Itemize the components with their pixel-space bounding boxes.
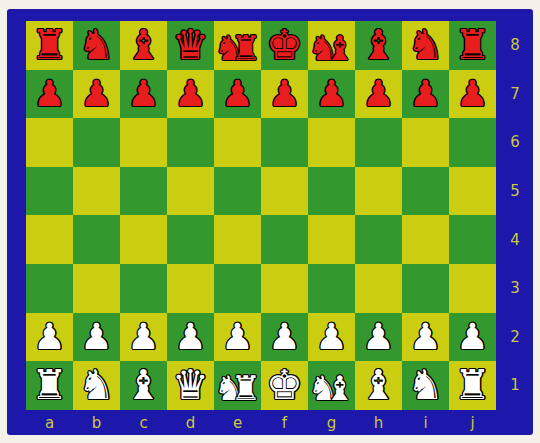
square-d5[interactable] [167,167,214,216]
piece-red-pawn[interactable]: ♟ [362,76,394,112]
square-c1[interactable]: ♝ [120,361,167,410]
piece-white-pawn[interactable]: ♟ [409,319,441,355]
piece-red-rook[interactable]: ♜ [31,25,68,66]
square-e1[interactable]: ♞♜ [214,361,261,410]
rank-label-1: 1 [499,361,531,410]
file-label-g: g [308,412,355,434]
square-f1[interactable]: ♚ [261,361,308,410]
piece-red-pawn[interactable]: ♟ [33,76,65,112]
piece-red-pawn[interactable]: ♟ [80,76,112,112]
square-f7[interactable]: ♟ [261,70,308,119]
square-d6[interactable] [167,118,214,167]
square-d4[interactable] [167,215,214,264]
square-i3[interactable] [402,264,449,313]
square-b4[interactable] [73,215,120,264]
square-i5[interactable] [402,167,449,216]
rank-label-8: 8 [499,21,531,70]
square-c8[interactable]: ♝ [120,21,167,70]
square-i2[interactable]: ♟ [402,313,449,362]
piece-red-knight[interactable]: ♞ [407,25,444,66]
piece-red-pawn[interactable]: ♟ [456,76,488,112]
square-i4[interactable] [402,215,449,264]
square-f8[interactable]: ♚ [261,21,308,70]
square-f4[interactable] [261,215,308,264]
square-g3[interactable] [308,264,355,313]
file-label-b: b [73,412,120,434]
piece-white-bishop[interactable]: ♝ [360,365,397,406]
piece-red-pawn[interactable]: ♟ [127,76,159,112]
piece-red-bishop[interactable]: ♝ [125,25,162,66]
piece-white-pawn[interactable]: ♟ [174,319,206,355]
square-c6[interactable] [120,118,167,167]
piece-red-chancellor[interactable]: ♞♜ [214,21,261,70]
piece-red-pawn[interactable]: ♟ [315,76,347,112]
file-label-f: f [261,412,308,434]
square-a4[interactable] [26,215,73,264]
piece-red-rook[interactable]: ♜ [454,25,491,66]
piece-white-knight[interactable]: ♞ [407,365,444,406]
piece-white-archbishop[interactable]: ♞♝ [308,361,355,410]
square-h6[interactable] [355,118,402,167]
square-h2[interactable]: ♟ [355,313,402,362]
square-f2[interactable]: ♟ [261,313,308,362]
square-j4[interactable] [449,215,496,264]
file-label-j: j [449,412,496,434]
square-d8[interactable]: ♛ [167,21,214,70]
rook-part-icon: ♜ [231,31,261,65]
piece-red-king[interactable]: ♚ [266,25,303,66]
square-a5[interactable] [26,167,73,216]
square-b6[interactable] [73,118,120,167]
square-d3[interactable] [167,264,214,313]
square-j6[interactable] [449,118,496,167]
piece-red-bishop[interactable]: ♝ [360,25,397,66]
file-label-e: e [214,412,261,434]
square-d2[interactable]: ♟ [167,313,214,362]
square-i6[interactable] [402,118,449,167]
square-h4[interactable] [355,215,402,264]
square-a2[interactable]: ♟ [26,313,73,362]
square-b7[interactable]: ♟ [73,70,120,119]
square-a8[interactable]: ♜ [26,21,73,70]
square-b8[interactable]: ♞ [73,21,120,70]
square-h5[interactable] [355,167,402,216]
square-h3[interactable] [355,264,402,313]
file-label-c: c [120,412,167,434]
square-c7[interactable]: ♟ [120,70,167,119]
square-i1[interactable]: ♞ [402,361,449,410]
square-j8[interactable]: ♜ [449,21,496,70]
file-label-h: h [355,412,402,434]
bishop-part-icon: ♝ [325,31,355,65]
piece-white-chancellor[interactable]: ♞♜ [214,361,261,410]
piece-white-knight[interactable]: ♞ [78,365,115,406]
piece-white-queen[interactable]: ♛ [172,365,209,406]
square-a7[interactable]: ♟ [26,70,73,119]
square-b2[interactable]: ♟ [73,313,120,362]
piece-white-pawn[interactable]: ♟ [80,319,112,355]
rook-part-icon: ♜ [231,371,261,405]
piece-red-pawn[interactable]: ♟ [174,76,206,112]
square-c4[interactable] [120,215,167,264]
rank-label-6: 6 [499,118,531,167]
rank-label-4: 4 [499,215,531,264]
piece-white-pawn[interactable]: ♟ [362,319,394,355]
rank-label-5: 5 [499,167,531,216]
square-j2[interactable]: ♟ [449,313,496,362]
square-g6[interactable] [308,118,355,167]
piece-white-king[interactable]: ♚ [266,365,303,406]
square-b1[interactable]: ♞ [73,361,120,410]
square-d1[interactable]: ♛ [167,361,214,410]
square-i8[interactable]: ♞ [402,21,449,70]
square-b3[interactable] [73,264,120,313]
square-e3[interactable] [214,264,261,313]
square-e6[interactable] [214,118,261,167]
square-d7[interactable]: ♟ [167,70,214,119]
square-h1[interactable]: ♝ [355,361,402,410]
square-f5[interactable] [261,167,308,216]
square-g2[interactable]: ♟ [308,313,355,362]
square-c2[interactable]: ♟ [120,313,167,362]
square-e2[interactable]: ♟ [214,313,261,362]
square-a1[interactable]: ♜ [26,361,73,410]
square-j1[interactable]: ♜ [449,361,496,410]
square-c3[interactable] [120,264,167,313]
square-g4[interactable] [308,215,355,264]
piece-white-rook[interactable]: ♜ [31,365,68,406]
square-g7[interactable]: ♟ [308,70,355,119]
square-e5[interactable] [214,167,261,216]
square-e8[interactable]: ♞♜ [214,21,261,70]
piece-white-pawn[interactable]: ♟ [315,319,347,355]
piece-red-pawn[interactable]: ♟ [268,76,300,112]
piece-red-knight[interactable]: ♞ [78,25,115,66]
square-h8[interactable]: ♝ [355,21,402,70]
piece-white-pawn[interactable]: ♟ [127,319,159,355]
square-c5[interactable] [120,167,167,216]
bishop-part-icon: ♝ [325,371,355,405]
rank-labels: 87654321 [499,21,531,410]
rank-label-3: 3 [499,264,531,313]
piece-white-pawn[interactable]: ♟ [221,319,253,355]
piece-white-bishop[interactable]: ♝ [125,365,162,406]
square-e7[interactable]: ♟ [214,70,261,119]
square-e4[interactable] [214,215,261,264]
piece-white-rook[interactable]: ♜ [454,365,491,406]
piece-red-queen[interactable]: ♛ [172,25,209,66]
square-j7[interactable]: ♟ [449,70,496,119]
square-a3[interactable] [26,264,73,313]
square-i7[interactable]: ♟ [402,70,449,119]
piece-red-archbishop[interactable]: ♞♝ [308,21,355,70]
square-a6[interactable] [26,118,73,167]
board: ♜♞♝♛♞♜♚♞♝♝♞♜♟♟♟♟♟♟♟♟♟♟♟♟♟♟♟♟♟♟♟♟♜♞♝♛♞♜♚♞… [26,21,496,410]
piece-red-pawn[interactable]: ♟ [409,76,441,112]
square-f3[interactable] [261,264,308,313]
piece-red-pawn[interactable]: ♟ [221,76,253,112]
file-labels: abcdefghij [26,412,496,434]
square-g1[interactable]: ♞♝ [308,361,355,410]
square-h7[interactable]: ♟ [355,70,402,119]
file-label-a: a [26,412,73,434]
square-j5[interactable] [449,167,496,216]
square-b5[interactable] [73,167,120,216]
piece-white-pawn[interactable]: ♟ [33,319,65,355]
rank-label-2: 2 [499,313,531,362]
square-g8[interactable]: ♞♝ [308,21,355,70]
square-f6[interactable] [261,118,308,167]
file-label-d: d [167,412,214,434]
piece-white-pawn[interactable]: ♟ [268,319,300,355]
file-label-i: i [402,412,449,434]
square-g5[interactable] [308,167,355,216]
square-j3[interactable] [449,264,496,313]
rank-label-7: 7 [499,70,531,119]
piece-white-pawn[interactable]: ♟ [456,319,488,355]
